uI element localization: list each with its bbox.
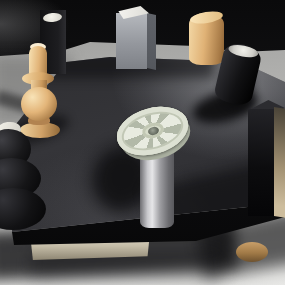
prism-side-face: [147, 13, 156, 70]
piece-wood-cylinder[interactable]: [189, 13, 224, 65]
piece-black-turned-pawn-white-cap[interactable]: [0, 122, 50, 230]
pawn-bulb: [21, 87, 57, 121]
board-game-photo: [0, 0, 285, 285]
piece-steel-wheel-king[interactable]: [114, 106, 194, 228]
prism-lit-side-face: [274, 107, 285, 218]
prism-front-face: [116, 13, 147, 69]
white-cap: [43, 12, 63, 23]
black-bulb-bottom: [0, 188, 46, 230]
piece-grey-prism-white-cap[interactable]: [116, 9, 157, 69]
board-wooden-foot: [236, 242, 268, 262]
piece-tall-black-prism[interactable]: [248, 100, 285, 218]
prism-front-face: [248, 109, 274, 216]
